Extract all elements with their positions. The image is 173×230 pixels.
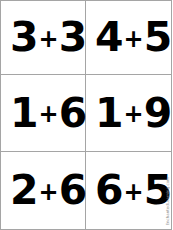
right-operand: 6 — [59, 170, 88, 211]
flashcard-6-plus-5: 6 + 5 — [86, 152, 171, 229]
right-operand: 9 — [144, 93, 173, 134]
watermark-text: EnchantedLearning.com — [165, 177, 170, 226]
plus-sign: + — [124, 180, 144, 204]
left-operand: 1 — [10, 93, 39, 134]
flashcard-1-plus-9: 1 + 9 — [86, 75, 171, 152]
flashcard-1-plus-6: 1 + 6 — [1, 75, 86, 152]
flashcard-sheet: 3 + 3 4 + 5 1 + 6 1 + 9 2 + 6 6 + 5 Ench… — [0, 0, 172, 230]
plus-sign: + — [124, 27, 144, 51]
flashcard-3-plus-3: 3 + 3 — [1, 1, 86, 75]
left-operand: 4 — [95, 17, 124, 58]
left-operand: 6 — [95, 170, 124, 211]
flashcard-2-plus-6: 2 + 6 — [1, 152, 86, 229]
plus-sign: + — [39, 180, 59, 204]
right-operand: 6 — [59, 93, 88, 134]
left-operand: 3 — [10, 17, 39, 58]
left-operand: 1 — [95, 93, 124, 134]
flashcard-4-plus-5: 4 + 5 — [86, 1, 171, 75]
plus-sign: + — [124, 102, 144, 126]
plus-sign: + — [39, 102, 59, 126]
left-operand: 2 — [10, 170, 39, 211]
plus-sign: + — [39, 27, 59, 51]
right-operand: 3 — [59, 17, 88, 58]
right-operand: 5 — [144, 17, 173, 58]
